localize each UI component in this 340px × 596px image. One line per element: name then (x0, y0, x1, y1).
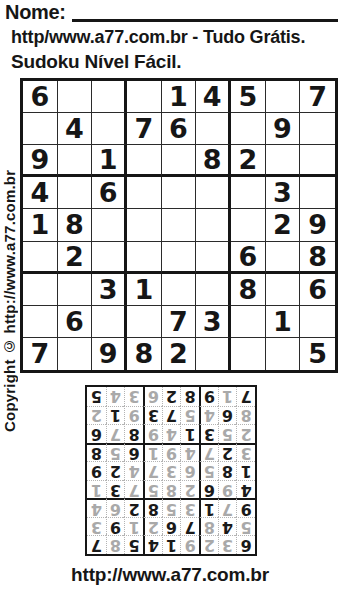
solution-cell-r6c9: 8 (87, 443, 106, 462)
solution-cell-r9c7: 3 (124, 387, 143, 406)
cell-r7c5[interactable] (162, 274, 197, 306)
site-tagline: http/www.a77.com.br - Tudo Grátis. (11, 27, 305, 48)
cell-r1c7: 5 (231, 81, 266, 113)
cell-r5c5[interactable] (162, 209, 197, 241)
cell-r9c1: 7 (23, 338, 58, 370)
solution-cell-r5c9: 9 (87, 461, 106, 480)
solution-cell-r8c3: 4 (199, 406, 218, 425)
cell-r4c3: 6 (92, 177, 127, 209)
cell-r2c5: 6 (162, 113, 197, 145)
solution-cell-r1c7: 5 (124, 535, 143, 554)
solution-cell-r1c6: 4 (143, 535, 162, 554)
cell-r1c1: 6 (23, 81, 58, 113)
solution-cell-r3c3: 1 (199, 498, 218, 517)
solution-cell-r9c3: 9 (199, 387, 218, 406)
solution-cell-r2c7: 1 (124, 517, 143, 536)
solution-cell-r1c3: 2 (199, 535, 218, 554)
solution-cell-r6c6: 1 (143, 443, 162, 462)
cell-r5c3[interactable] (92, 209, 127, 241)
solution-cell-r7c1: 2 (236, 424, 255, 443)
cell-r1c8[interactable] (266, 81, 301, 113)
solution-cell-r5c1: 1 (236, 461, 255, 480)
cell-r7c4: 1 (127, 274, 162, 306)
solution-cell-r8c9: 2 (87, 406, 106, 425)
sudoku-puzzle-grid: 614574769918246318292683186673179825 (20, 78, 338, 373)
cell-r6c4[interactable] (127, 242, 162, 274)
cell-r4c1: 4 (23, 177, 58, 209)
cell-r8c6: 3 (196, 306, 231, 338)
cell-r4c9[interactable] (300, 177, 335, 209)
solution-cell-r3c8: 6 (106, 498, 125, 517)
solution-cell-r8c2: 6 (218, 406, 237, 425)
cell-r1c5: 1 (162, 81, 197, 113)
solution-cell-r4c1: 4 (236, 480, 255, 499)
solution-cell-r2c5: 6 (162, 517, 181, 536)
cell-r2c8: 9 (266, 113, 301, 145)
cell-r7c3: 3 (92, 274, 127, 306)
cell-r3c4[interactable] (127, 145, 162, 177)
cell-r8c4[interactable] (127, 306, 162, 338)
solution-cell-r5c4: 6 (180, 461, 199, 480)
cell-r5c8: 2 (266, 209, 301, 241)
copyright-vertical-text: Copyright © http://www.a77.com.br (1, 128, 18, 432)
solution-cell-r3c4: 3 (180, 498, 199, 517)
solution-cell-r2c9: 3 (87, 517, 106, 536)
cell-r3c7: 2 (231, 145, 266, 177)
cell-r4c5[interactable] (162, 177, 197, 209)
cell-r6c1[interactable] (23, 242, 58, 274)
cell-r1c9: 7 (300, 81, 335, 113)
solution-cell-r8c1: 8 (236, 406, 255, 425)
cell-r2c1[interactable] (23, 113, 58, 145)
cell-r2c6[interactable] (196, 113, 231, 145)
cell-r3c5[interactable] (162, 145, 197, 177)
cell-r1c2[interactable] (58, 81, 93, 113)
solution-cell-r5c3: 5 (199, 461, 218, 480)
solution-cell-r1c4: 9 (180, 535, 199, 554)
cell-r4c7[interactable] (231, 177, 266, 209)
cell-r8c1[interactable] (23, 306, 58, 338)
cell-r3c1: 9 (23, 145, 58, 177)
solution-cell-r6c3: 7 (199, 443, 218, 462)
solution-cell-r3c9: 4 (87, 498, 106, 517)
solution-cell-r4c4: 2 (180, 480, 199, 499)
solution-cell-r5c6: 7 (143, 461, 162, 480)
cell-r4c4[interactable] (127, 177, 162, 209)
cell-r9c2[interactable] (58, 338, 93, 370)
cell-r4c2[interactable] (58, 177, 93, 209)
solution-cell-r4c7: 7 (124, 480, 143, 499)
cell-r5c7[interactable] (231, 209, 266, 241)
solution-cell-r7c2: 5 (218, 424, 237, 443)
solution-cell-r8c5: 7 (162, 406, 181, 425)
cell-r9c8[interactable] (266, 338, 301, 370)
cell-r9c4: 8 (127, 338, 162, 370)
cell-r7c1[interactable] (23, 274, 58, 306)
solution-cell-r9c5: 2 (162, 387, 181, 406)
solution-cell-r9c1: 7 (236, 387, 255, 406)
solution-cell-r7c9: 6 (87, 424, 106, 443)
cell-r6c2: 2 (58, 242, 93, 274)
solution-cell-r2c1: 5 (236, 517, 255, 536)
cell-r8c2: 6 (58, 306, 93, 338)
solution-cell-r6c7: 6 (124, 443, 143, 462)
cell-r8c9[interactable] (300, 306, 335, 338)
solution-cell-r9c2: 1 (218, 387, 237, 406)
cell-r5c2: 8 (58, 209, 93, 241)
cell-r2c9[interactable] (300, 113, 335, 145)
solution-cell-r4c3: 6 (199, 480, 218, 499)
sudoku-worksheet-page: Nome: http/www.a77.com.br - Tudo Grátis.… (0, 0, 340, 596)
solution-cell-r7c8: 7 (106, 424, 125, 443)
solution-cell-r7c4: 1 (180, 424, 199, 443)
cell-r4c8: 3 (266, 177, 301, 209)
solution-cell-r3c5: 5 (162, 498, 181, 517)
solution-cell-r4c2: 9 (218, 480, 237, 499)
cell-r1c6: 4 (196, 81, 231, 113)
cell-r9c6[interactable] (196, 338, 231, 370)
cell-r5c4[interactable] (127, 209, 162, 241)
cell-r4c6[interactable] (196, 177, 231, 209)
solution-cell-r1c9: 7 (87, 535, 106, 554)
solution-cell-r9c8: 4 (106, 387, 125, 406)
cell-r5c6[interactable] (196, 209, 231, 241)
solution-cell-r8c6: 3 (143, 406, 162, 425)
solution-cell-r5c7: 4 (124, 461, 143, 480)
cell-r1c3[interactable] (92, 81, 127, 113)
cell-r6c9: 8 (300, 242, 335, 274)
solution-cell-r6c2: 2 (218, 443, 237, 462)
solution-cell-r5c8: 2 (106, 461, 125, 480)
solution-cell-r4c9: 1 (87, 480, 106, 499)
sudoku-solution-grid-rotated: 6329145875487621939713582644962857311856… (85, 385, 257, 556)
solution-cell-r9c6: 6 (143, 387, 162, 406)
solution-cell-r4c6: 5 (143, 480, 162, 499)
solution-cell-r1c8: 8 (106, 535, 125, 554)
cell-r1c4[interactable] (127, 81, 162, 113)
cell-r7c7: 8 (231, 274, 266, 306)
solution-cell-r9c4: 8 (180, 387, 199, 406)
solution-cell-r3c6: 8 (143, 498, 162, 517)
cell-r9c7[interactable] (231, 338, 266, 370)
footer-url: http://www.a77.com.br (0, 564, 340, 586)
cell-r2c3[interactable] (92, 113, 127, 145)
solution-cell-r8c7: 9 (124, 406, 143, 425)
solution-cell-r6c4: 4 (180, 443, 199, 462)
name-fill-line[interactable] (72, 19, 338, 22)
solution-cell-r1c5: 1 (162, 535, 181, 554)
cell-r9c9: 5 (300, 338, 335, 370)
solution-cell-r6c5: 9 (162, 443, 181, 462)
solution-cell-r7c7: 8 (124, 424, 143, 443)
cell-r6c3[interactable] (92, 242, 127, 274)
solution-cell-r5c2: 8 (218, 461, 237, 480)
solution-cell-r2c8: 9 (106, 517, 125, 536)
solution-cell-r3c1: 9 (236, 498, 255, 517)
solution-cell-r7c3: 3 (199, 424, 218, 443)
solution-cell-r2c2: 4 (218, 517, 237, 536)
solution-cell-r4c8: 3 (106, 480, 125, 499)
solution-cell-r2c3: 8 (199, 517, 218, 536)
cell-r8c7[interactable] (231, 306, 266, 338)
cell-r8c5: 7 (162, 306, 197, 338)
cell-r3c8[interactable] (266, 145, 301, 177)
solution-cell-r2c6: 2 (143, 517, 162, 536)
solution-cell-r7c5: 4 (162, 424, 181, 443)
solution-cell-r3c2: 7 (218, 498, 237, 517)
cell-r6c5[interactable] (162, 242, 197, 274)
cell-r5c1: 1 (23, 209, 58, 241)
name-label: Nome: (5, 1, 66, 24)
cell-r7c8[interactable] (266, 274, 301, 306)
cell-r6c8[interactable] (266, 242, 301, 274)
cell-r9c5: 2 (162, 338, 197, 370)
cell-r2c2: 4 (58, 113, 93, 145)
solution-cell-r7c6: 9 (143, 424, 162, 443)
cell-r6c7: 6 (231, 242, 266, 274)
cell-r7c9: 6 (300, 274, 335, 306)
solution-cell-r6c8: 5 (106, 443, 125, 462)
solution-cell-r6c1: 3 (236, 443, 255, 462)
cell-r6c6[interactable] (196, 242, 231, 274)
cell-r8c8: 1 (266, 306, 301, 338)
solution-cell-r4c5: 8 (162, 480, 181, 499)
solution-cell-r8c8: 1 (106, 406, 125, 425)
cell-r7c6[interactable] (196, 274, 231, 306)
cell-r8c3[interactable] (92, 306, 127, 338)
solution-cell-r3c7: 2 (124, 498, 143, 517)
cell-r7c2[interactable] (58, 274, 93, 306)
solution-cell-r1c1: 6 (236, 535, 255, 554)
solution-cell-r8c4: 5 (180, 406, 199, 425)
cell-r2c7[interactable] (231, 113, 266, 145)
cell-r3c3: 1 (92, 145, 127, 177)
cell-r9c3: 9 (92, 338, 127, 370)
cell-r3c6: 8 (196, 145, 231, 177)
solution-cell-r9c9: 5 (87, 387, 106, 406)
solution-cell-r2c4: 7 (180, 517, 199, 536)
cell-r3c9[interactable] (300, 145, 335, 177)
solution-cell-r5c5: 3 (162, 461, 181, 480)
cell-r5c9: 9 (300, 209, 335, 241)
cell-r3c2[interactable] (58, 145, 93, 177)
cell-r2c4: 7 (127, 113, 162, 145)
puzzle-title: Sudoku Nível Fácil. (11, 51, 181, 73)
solution-cell-r1c2: 3 (218, 535, 237, 554)
